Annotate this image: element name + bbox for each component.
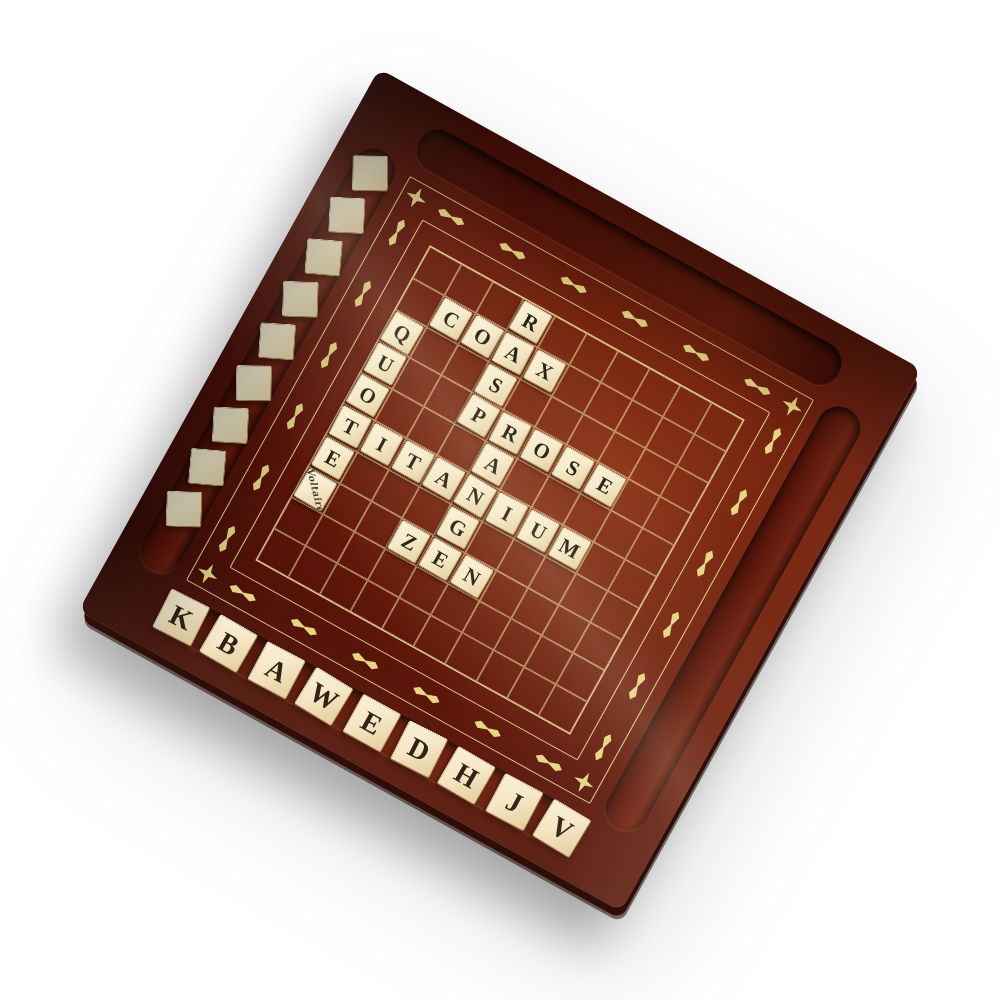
tile-letter: D: [404, 733, 435, 767]
rack-tile-blank[interactable]: [212, 406, 250, 444]
rack-tile-blank[interactable]: [328, 196, 366, 234]
tile-letter: K: [165, 600, 197, 635]
tile-letter: W: [304, 678, 342, 716]
rack-tile-B[interactable]: B: [199, 614, 259, 674]
tile-letter: E: [321, 446, 343, 471]
tile-letter: R: [519, 310, 543, 336]
tile-letter: T: [401, 450, 423, 475]
rack-tile-blank[interactable]: [304, 238, 343, 277]
rack-tile-D[interactable]: D: [390, 720, 449, 779]
rack-tile-W[interactable]: W: [294, 666, 354, 726]
rack-tile-blank[interactable]: [236, 365, 273, 402]
tile-letter: A: [432, 467, 456, 493]
tile-letter: P: [468, 405, 490, 430]
tile-letter: M: [555, 535, 583, 563]
rack-tile-V[interactable]: V: [532, 798, 592, 858]
tile-letter: G: [446, 515, 470, 541]
tile-letter: N: [463, 484, 487, 510]
tile-letter: O: [529, 438, 553, 464]
tile-letter: Q: [390, 320, 415, 346]
tile-letter: O: [355, 383, 380, 409]
tile-letter: O: [470, 324, 495, 350]
tile-letter: V: [546, 812, 578, 846]
rack-tile-E[interactable]: E: [342, 693, 402, 753]
tile-letter: B: [213, 627, 243, 661]
board-shadow-wrapper: KBAWEDHJV RCOAXQSUPROSEOATITANIUMEGVolta…: [190, 180, 810, 800]
rack-tile-blank[interactable]: [352, 155, 389, 192]
tile-letter: E: [356, 707, 386, 741]
rack-tile-K[interactable]: K: [152, 588, 211, 647]
tile-letter: A: [481, 453, 504, 479]
tile-letter: J: [501, 787, 526, 818]
tile-letter: S: [486, 374, 506, 398]
rack-tile-blank[interactable]: [258, 322, 296, 360]
tile-letter: E: [593, 474, 616, 499]
tile-letter: X: [533, 359, 556, 385]
tile-letter: N: [460, 564, 484, 590]
rack-tile-blank[interactable]: [165, 491, 202, 528]
tile-letter: A: [261, 654, 292, 688]
rack-tile-H[interactable]: H: [437, 746, 497, 806]
tile-letter: Z: [398, 530, 420, 555]
rack-tile-blank[interactable]: [188, 448, 227, 487]
playing-grid: RCOAXQSUPROSEOATITANIUMEGVoltaireZEN: [255, 245, 744, 734]
product-photo-scene: KBAWEDHJV RCOAXQSUPROSEOATITANIUMEGVolta…: [0, 0, 1000, 1000]
tile-letter: E: [429, 547, 452, 572]
tile-letter: R: [498, 421, 521, 447]
tile-letter: U: [373, 352, 396, 378]
tile-letter: I: [498, 503, 515, 525]
rack-tile-A[interactable]: A: [247, 640, 306, 699]
game-board: KBAWEDHJV RCOAXQSUPROSEOATITANIUMEGVolta…: [79, 69, 922, 912]
rack-tile-blank[interactable]: [282, 281, 319, 318]
tile-letter: T: [339, 415, 361, 440]
tile-letter: U: [526, 519, 549, 545]
tile-letter: I: [373, 434, 390, 456]
rack-tile-J[interactable]: J: [485, 772, 544, 831]
tile-letter: A: [502, 341, 525, 367]
tile-letter: C: [439, 307, 463, 333]
tile-letter: H: [450, 759, 483, 794]
tile-letter: S: [562, 457, 582, 481]
